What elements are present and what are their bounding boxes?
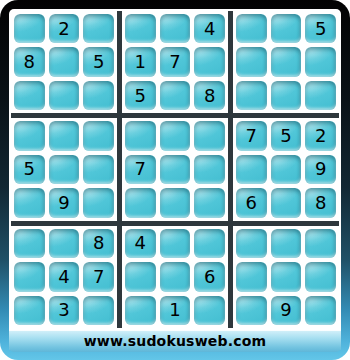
cell-r7c4[interactable]: 4 bbox=[125, 229, 156, 258]
cell-r4c2[interactable] bbox=[49, 121, 80, 150]
cell-r3c4[interactable]: 5 bbox=[125, 81, 156, 110]
footer-bar: www.sudokusweb.com bbox=[9, 330, 341, 352]
cell-r8c4[interactable] bbox=[125, 262, 156, 291]
cell-r2c9[interactable] bbox=[305, 47, 336, 76]
cell-r9c3[interactable] bbox=[83, 296, 114, 325]
cell-r8c8[interactable] bbox=[271, 262, 302, 291]
board-frame: 28541758559775296884734619 www.sudokuswe… bbox=[0, 0, 350, 360]
cell-r8c1[interactable] bbox=[14, 262, 45, 291]
cell-r4c4[interactable] bbox=[125, 121, 156, 150]
cell-r1c3[interactable] bbox=[83, 14, 114, 43]
cell-r5c6[interactable] bbox=[194, 155, 225, 184]
cell-r2c3[interactable]: 5 bbox=[83, 47, 114, 76]
cell-r7c7[interactable] bbox=[236, 229, 267, 258]
cell-r4c3[interactable] bbox=[83, 121, 114, 150]
cell-r5c1[interactable]: 5 bbox=[14, 155, 45, 184]
cell-r8c9[interactable] bbox=[305, 262, 336, 291]
cell-r7c9[interactable] bbox=[305, 229, 336, 258]
box-2-2: 7 bbox=[122, 118, 228, 220]
cell-r7c8[interactable] bbox=[271, 229, 302, 258]
cell-r1c1[interactable] bbox=[14, 14, 45, 43]
box-3-1: 8473 bbox=[11, 226, 117, 328]
cell-r6c7[interactable]: 6 bbox=[236, 188, 267, 217]
cell-r4c1[interactable] bbox=[14, 121, 45, 150]
cell-r3c1[interactable] bbox=[14, 81, 45, 110]
cell-r4c8[interactable]: 5 bbox=[271, 121, 302, 150]
sudoku-app: 28541758559775296884734619 www.sudokuswe… bbox=[0, 0, 350, 360]
cell-r2c6[interactable] bbox=[194, 47, 225, 76]
cell-r7c1[interactable] bbox=[14, 229, 45, 258]
cell-r2c2[interactable] bbox=[49, 47, 80, 76]
cell-r3c3[interactable] bbox=[83, 81, 114, 110]
cell-r5c9[interactable]: 9 bbox=[305, 155, 336, 184]
cell-r8c5[interactable] bbox=[160, 262, 191, 291]
cell-r8c3[interactable]: 7 bbox=[83, 262, 114, 291]
sudoku-board: 28541758559775296884734619 bbox=[11, 11, 339, 328]
cell-r3c2[interactable] bbox=[49, 81, 80, 110]
cell-r9c7[interactable] bbox=[236, 296, 267, 325]
cell-r2c5[interactable]: 7 bbox=[160, 47, 191, 76]
cell-r8c7[interactable] bbox=[236, 262, 267, 291]
cell-r6c6[interactable] bbox=[194, 188, 225, 217]
box-3-3: 9 bbox=[233, 226, 339, 328]
cell-r5c4[interactable]: 7 bbox=[125, 155, 156, 184]
cell-r4c6[interactable] bbox=[194, 121, 225, 150]
cell-r1c4[interactable] bbox=[125, 14, 156, 43]
box-2-1: 59 bbox=[11, 118, 117, 220]
cell-r3c8[interactable] bbox=[271, 81, 302, 110]
cell-r6c5[interactable] bbox=[160, 188, 191, 217]
cell-r2c1[interactable]: 8 bbox=[14, 47, 45, 76]
cell-r1c2[interactable]: 2 bbox=[49, 14, 80, 43]
cell-r5c7[interactable] bbox=[236, 155, 267, 184]
cell-r3c5[interactable] bbox=[160, 81, 191, 110]
box-2-3: 752968 bbox=[233, 118, 339, 220]
cell-r3c6[interactable]: 8 bbox=[194, 81, 225, 110]
cell-r7c3[interactable]: 8 bbox=[83, 229, 114, 258]
cell-r9c8[interactable]: 9 bbox=[271, 296, 302, 325]
cell-r1c5[interactable] bbox=[160, 14, 191, 43]
cell-r9c6[interactable] bbox=[194, 296, 225, 325]
cell-r1c6[interactable]: 4 bbox=[194, 14, 225, 43]
cell-r2c4[interactable]: 1 bbox=[125, 47, 156, 76]
cell-r3c7[interactable] bbox=[236, 81, 267, 110]
cell-r2c7[interactable] bbox=[236, 47, 267, 76]
cell-r6c3[interactable] bbox=[83, 188, 114, 217]
cell-r9c2[interactable]: 3 bbox=[49, 296, 80, 325]
cell-r8c6[interactable]: 6 bbox=[194, 262, 225, 291]
cell-r6c8[interactable] bbox=[271, 188, 302, 217]
cell-r9c4[interactable] bbox=[125, 296, 156, 325]
cell-r5c8[interactable] bbox=[271, 155, 302, 184]
cell-r8c2[interactable]: 4 bbox=[49, 262, 80, 291]
cell-r6c2[interactable]: 9 bbox=[49, 188, 80, 217]
cell-r2c8[interactable] bbox=[271, 47, 302, 76]
cell-r6c1[interactable] bbox=[14, 188, 45, 217]
cell-r1c9[interactable]: 5 bbox=[305, 14, 336, 43]
cell-r4c5[interactable] bbox=[160, 121, 191, 150]
box-3-2: 461 bbox=[122, 226, 228, 328]
cell-r5c2[interactable] bbox=[49, 155, 80, 184]
cell-r7c6[interactable] bbox=[194, 229, 225, 258]
cell-r4c9[interactable]: 2 bbox=[305, 121, 336, 150]
cell-r1c8[interactable] bbox=[271, 14, 302, 43]
cell-r6c9[interactable]: 8 bbox=[305, 188, 336, 217]
cell-r5c3[interactable] bbox=[83, 155, 114, 184]
cell-r5c5[interactable] bbox=[160, 155, 191, 184]
cell-r6c4[interactable] bbox=[125, 188, 156, 217]
cell-r9c5[interactable]: 1 bbox=[160, 296, 191, 325]
box-1-2: 41758 bbox=[122, 11, 228, 113]
box-1-3: 5 bbox=[233, 11, 339, 113]
cell-r7c5[interactable] bbox=[160, 229, 191, 258]
box-1-1: 285 bbox=[11, 11, 117, 113]
board-panel: 28541758559775296884734619 bbox=[9, 9, 341, 330]
cell-r4c7[interactable]: 7 bbox=[236, 121, 267, 150]
cell-r9c1[interactable] bbox=[14, 296, 45, 325]
cell-r9c9[interactable] bbox=[305, 296, 336, 325]
cell-r3c9[interactable] bbox=[305, 81, 336, 110]
site-url-link[interactable]: www.sudokusweb.com bbox=[84, 333, 267, 349]
cell-r1c7[interactable] bbox=[236, 14, 267, 43]
cell-r7c2[interactable] bbox=[49, 229, 80, 258]
